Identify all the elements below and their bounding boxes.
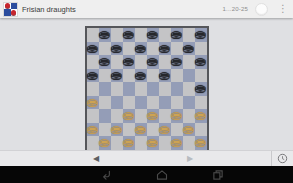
board-cell[interactable] <box>135 82 147 96</box>
black-man: ⛂ <box>147 28 158 42</box>
white-man: ⛂ <box>171 136 182 150</box>
board-cell[interactable]: ⛂ <box>135 42 147 56</box>
board-cell[interactable]: ⛂ <box>159 69 171 83</box>
overflow-menu-icon[interactable]: ⋮ <box>278 4 288 14</box>
black-man: ⛂ <box>159 41 170 55</box>
board-cell[interactable]: ⛂ <box>111 42 123 56</box>
move-toolbar: ◀ ▶ <box>0 150 293 166</box>
board-cell[interactable]: ⛂ <box>123 109 135 123</box>
board-cell[interactable] <box>147 69 159 83</box>
board-cell[interactable]: ⛂ <box>111 123 123 137</box>
board-cell[interactable]: ⛂ <box>195 109 207 123</box>
last-move-label: 1...20-25 <box>223 6 248 12</box>
board-cell[interactable] <box>171 69 183 83</box>
board-cell[interactable] <box>123 82 135 96</box>
black-man: ⛂ <box>195 28 206 42</box>
black-man: ⛂ <box>135 68 146 82</box>
black-man: ⛂ <box>123 55 134 69</box>
white-man: ⛂ <box>135 122 146 136</box>
logo-square-light <box>11 9 18 16</box>
board-cell[interactable]: ⛂ <box>159 123 171 137</box>
board-cell[interactable]: ⛂ <box>171 136 183 150</box>
board-cell[interactable] <box>135 96 147 110</box>
black-man: ⛂ <box>195 82 206 96</box>
board-cell[interactable]: ⛂ <box>195 82 207 96</box>
board-cell[interactable] <box>99 109 111 123</box>
board-cell[interactable]: ⛂ <box>171 55 183 69</box>
white-man: ⛂ <box>99 136 110 150</box>
black-man: ⛂ <box>159 68 170 82</box>
board-cell[interactable]: ⛂ <box>99 55 111 69</box>
app-title: Frisian draughts <box>22 5 76 14</box>
black-man: ⛂ <box>123 28 134 42</box>
board-cell[interactable]: ⛂ <box>171 109 183 123</box>
white-man: ⛂ <box>123 109 134 123</box>
board-cell[interactable]: ⛂ <box>87 69 99 83</box>
board-cell[interactable]: ⛂ <box>123 55 135 69</box>
black-man: ⛂ <box>87 68 98 82</box>
board-cell[interactable]: ⛂ <box>195 136 207 150</box>
board-cell[interactable]: ⛂ <box>195 28 207 42</box>
board-cell[interactable]: ⛂ <box>87 42 99 56</box>
black-man: ⛂ <box>111 41 122 55</box>
board-cell[interactable]: ⛂ <box>135 123 147 137</box>
board-cell[interactable] <box>183 69 195 83</box>
board-cell[interactable] <box>99 69 111 83</box>
recents-icon[interactable] <box>212 169 224 181</box>
white-man: ⛂ <box>195 109 206 123</box>
board-cell[interactable] <box>171 82 183 96</box>
board-cell[interactable]: ⛂ <box>147 28 159 42</box>
board-cell[interactable]: ⛂ <box>159 42 171 56</box>
previous-move-button[interactable]: ◀ <box>86 151 106 166</box>
white-man: ⛂ <box>171 109 182 123</box>
black-man: ⛂ <box>99 55 110 69</box>
board-cell[interactable]: ⛂ <box>111 69 123 83</box>
logo-red-piece <box>5 3 10 8</box>
back-icon[interactable] <box>100 169 112 181</box>
turn-indicator-white <box>255 3 268 16</box>
board-cell[interactable] <box>183 96 195 110</box>
board: ⛂⛂⛂⛂⛂⛂⛂⛂⛂⛂⛂⛂⛂⛂⛂⛂⛂⛂⛂⛂⛂⛂⛂⛂⛂⛂⛂⛂⛂⛂⛂⛂⛂⛂⛂⛂⛂⛂⛂⛂ <box>85 26 209 150</box>
black-man: ⛂ <box>183 41 194 55</box>
black-man: ⛂ <box>171 28 182 42</box>
board-cell[interactable] <box>183 55 195 69</box>
board-cell[interactable] <box>99 96 111 110</box>
board-cell[interactable] <box>183 82 195 96</box>
app-header: Frisian draughts 1...20-25 ⋮ <box>0 0 293 18</box>
board-cell[interactable] <box>99 82 111 96</box>
board-cell[interactable]: ⛂ <box>87 123 99 137</box>
board-cell[interactable]: ⛂ <box>123 28 135 42</box>
board-cell[interactable]: ⛂ <box>183 42 195 56</box>
game-area: ⛂⛂⛂⛂⛂⛂⛂⛂⛂⛂⛂⛂⛂⛂⛂⛂⛂⛂⛂⛂⛂⛂⛂⛂⛂⛂⛂⛂⛂⛂⛂⛂⛂⛂⛂⛂⛂⛂⛂⛂ <box>0 18 293 150</box>
black-man: ⛂ <box>147 55 158 69</box>
white-man: ⛂ <box>147 109 158 123</box>
black-man: ⛂ <box>195 55 206 69</box>
board-cell[interactable]: ⛂ <box>87 96 99 110</box>
history-clock-icon[interactable] <box>277 153 288 164</box>
board-cell[interactable]: ⛂ <box>183 123 195 137</box>
white-man: ⛂ <box>195 136 206 150</box>
board-cell[interactable]: ⛂ <box>171 28 183 42</box>
board-cell[interactable] <box>111 96 123 110</box>
white-man: ⛂ <box>183 122 194 136</box>
logo-red-piece <box>11 10 16 15</box>
black-man: ⛂ <box>99 28 110 42</box>
app-logo-icon <box>4 3 17 16</box>
next-move-button[interactable]: ▶ <box>180 151 200 166</box>
white-man: ⛂ <box>123 136 134 150</box>
home-icon[interactable] <box>156 169 168 181</box>
white-man: ⛂ <box>147 136 158 150</box>
board-cell[interactable]: ⛂ <box>147 109 159 123</box>
board-cell[interactable]: ⛂ <box>195 55 207 69</box>
board-cell[interactable]: ⛂ <box>135 69 147 83</box>
black-man: ⛂ <box>111 68 122 82</box>
board-cell[interactable] <box>123 69 135 83</box>
white-man: ⛂ <box>111 122 122 136</box>
black-man: ⛂ <box>171 55 182 69</box>
toolbar-divider <box>271 151 272 166</box>
black-man: ⛂ <box>135 41 146 55</box>
board-cell[interactable] <box>159 82 171 96</box>
board-cell[interactable] <box>147 82 159 96</box>
black-man: ⛂ <box>87 41 98 55</box>
white-man: ⛂ <box>87 95 98 109</box>
white-man: ⛂ <box>159 122 170 136</box>
white-man: ⛂ <box>87 122 98 136</box>
board-cell[interactable]: ⛂ <box>147 136 159 150</box>
board-cell[interactable]: ⛂ <box>99 136 111 150</box>
board-cell[interactable]: ⛂ <box>123 136 135 150</box>
board-cell[interactable]: ⛂ <box>147 55 159 69</box>
board-cell[interactable]: ⛂ <box>99 28 111 42</box>
android-navbar <box>0 166 293 183</box>
board-cell[interactable] <box>159 96 171 110</box>
board-cell[interactable] <box>111 82 123 96</box>
